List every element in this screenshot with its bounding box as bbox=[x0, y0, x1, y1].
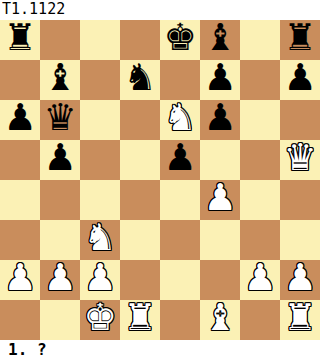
square-c3[interactable]: ♞ bbox=[80, 220, 120, 260]
square-h4[interactable] bbox=[280, 180, 320, 220]
square-g2[interactable]: ♟ bbox=[240, 260, 280, 300]
square-e7[interactable] bbox=[160, 60, 200, 100]
puzzle-title: T1.1122 bbox=[0, 0, 320, 20]
square-e1[interactable] bbox=[160, 300, 200, 340]
black-pawn[interactable]: ♟ bbox=[283, 58, 316, 98]
white-king[interactable]: ♚ bbox=[83, 298, 116, 338]
square-d5[interactable] bbox=[120, 140, 160, 180]
square-g8[interactable] bbox=[240, 20, 280, 60]
square-e4[interactable] bbox=[160, 180, 200, 220]
square-a8[interactable]: ♜ bbox=[0, 20, 40, 60]
move-prompt: 1. ? bbox=[0, 340, 320, 360]
chess-board: ♜♚♝♜♝♞♟♟♟♛♞♟♟♟♛♟♞♟♟♟♟♟♚♜♝♜ bbox=[0, 20, 320, 340]
square-h2[interactable]: ♟ bbox=[280, 260, 320, 300]
square-a3[interactable] bbox=[0, 220, 40, 260]
square-d1[interactable]: ♜ bbox=[120, 300, 160, 340]
square-g3[interactable] bbox=[240, 220, 280, 260]
square-b3[interactable] bbox=[40, 220, 80, 260]
white-bishop[interactable]: ♝ bbox=[203, 298, 236, 338]
square-f8[interactable]: ♝ bbox=[200, 20, 240, 60]
square-g5[interactable] bbox=[240, 140, 280, 180]
square-c6[interactable] bbox=[80, 100, 120, 140]
white-rook[interactable]: ♜ bbox=[123, 298, 156, 338]
square-b4[interactable] bbox=[40, 180, 80, 220]
black-pawn[interactable]: ♟ bbox=[203, 58, 236, 98]
square-d2[interactable] bbox=[120, 260, 160, 300]
square-e2[interactable] bbox=[160, 260, 200, 300]
black-bishop[interactable]: ♝ bbox=[203, 18, 236, 58]
square-e5[interactable]: ♟ bbox=[160, 140, 200, 180]
square-f3[interactable] bbox=[200, 220, 240, 260]
square-c8[interactable] bbox=[80, 20, 120, 60]
square-a4[interactable] bbox=[0, 180, 40, 220]
square-h1[interactable]: ♜ bbox=[280, 300, 320, 340]
black-pawn[interactable]: ♟ bbox=[43, 138, 76, 178]
square-b2[interactable]: ♟ bbox=[40, 260, 80, 300]
square-a6[interactable]: ♟ bbox=[0, 100, 40, 140]
black-knight[interactable]: ♞ bbox=[123, 58, 156, 98]
square-d4[interactable] bbox=[120, 180, 160, 220]
square-h6[interactable] bbox=[280, 100, 320, 140]
square-b7[interactable]: ♝ bbox=[40, 60, 80, 100]
square-b5[interactable]: ♟ bbox=[40, 140, 80, 180]
square-a1[interactable] bbox=[0, 300, 40, 340]
white-knight[interactable]: ♞ bbox=[83, 218, 116, 258]
white-pawn[interactable]: ♟ bbox=[203, 178, 236, 218]
square-d7[interactable]: ♞ bbox=[120, 60, 160, 100]
square-h8[interactable]: ♜ bbox=[280, 20, 320, 60]
square-h3[interactable] bbox=[280, 220, 320, 260]
square-h5[interactable]: ♛ bbox=[280, 140, 320, 180]
square-f2[interactable] bbox=[200, 260, 240, 300]
black-rook[interactable]: ♜ bbox=[283, 18, 316, 58]
square-f5[interactable] bbox=[200, 140, 240, 180]
square-f6[interactable]: ♟ bbox=[200, 100, 240, 140]
square-e3[interactable] bbox=[160, 220, 200, 260]
white-knight[interactable]: ♞ bbox=[163, 98, 196, 138]
black-pawn[interactable]: ♟ bbox=[203, 98, 236, 138]
square-b6[interactable]: ♛ bbox=[40, 100, 80, 140]
black-pawn[interactable]: ♟ bbox=[3, 98, 36, 138]
black-pawn[interactable]: ♟ bbox=[163, 138, 196, 178]
white-pawn[interactable]: ♟ bbox=[83, 258, 116, 298]
white-pawn[interactable]: ♟ bbox=[43, 258, 76, 298]
square-c1[interactable]: ♚ bbox=[80, 300, 120, 340]
square-e8[interactable]: ♚ bbox=[160, 20, 200, 60]
square-c7[interactable] bbox=[80, 60, 120, 100]
white-queen[interactable]: ♛ bbox=[283, 138, 316, 178]
white-pawn[interactable]: ♟ bbox=[3, 258, 36, 298]
square-f1[interactable]: ♝ bbox=[200, 300, 240, 340]
white-pawn[interactable]: ♟ bbox=[283, 258, 316, 298]
square-d6[interactable] bbox=[120, 100, 160, 140]
square-f4[interactable]: ♟ bbox=[200, 180, 240, 220]
square-g7[interactable] bbox=[240, 60, 280, 100]
square-a5[interactable] bbox=[0, 140, 40, 180]
square-b8[interactable] bbox=[40, 20, 80, 60]
white-rook[interactable]: ♜ bbox=[283, 298, 316, 338]
white-pawn[interactable]: ♟ bbox=[243, 258, 276, 298]
square-c5[interactable] bbox=[80, 140, 120, 180]
square-a2[interactable]: ♟ bbox=[0, 260, 40, 300]
black-queen[interactable]: ♛ bbox=[43, 98, 76, 138]
square-c2[interactable]: ♟ bbox=[80, 260, 120, 300]
square-g4[interactable] bbox=[240, 180, 280, 220]
square-d8[interactable] bbox=[120, 20, 160, 60]
black-king[interactable]: ♚ bbox=[163, 18, 196, 58]
square-e6[interactable]: ♞ bbox=[160, 100, 200, 140]
square-g6[interactable] bbox=[240, 100, 280, 140]
black-rook[interactable]: ♜ bbox=[3, 18, 36, 58]
square-h7[interactable]: ♟ bbox=[280, 60, 320, 100]
square-a7[interactable] bbox=[0, 60, 40, 100]
square-f7[interactable]: ♟ bbox=[200, 60, 240, 100]
square-d3[interactable] bbox=[120, 220, 160, 260]
chess-puzzle-page: T1.1122 ♜♚♝♜♝♞♟♟♟♛♞♟♟♟♛♟♞♟♟♟♟♟♚♜♝♜ 1. ? bbox=[0, 0, 320, 360]
square-c4[interactable] bbox=[80, 180, 120, 220]
black-bishop[interactable]: ♝ bbox=[43, 58, 76, 98]
square-b1[interactable] bbox=[40, 300, 80, 340]
square-g1[interactable] bbox=[240, 300, 280, 340]
